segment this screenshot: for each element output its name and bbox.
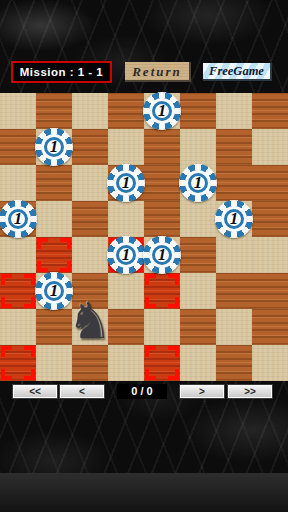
board-cell-f2[interactable] bbox=[180, 309, 216, 345]
board-cell-b5[interactable] bbox=[36, 201, 72, 237]
board-cell-e7[interactable] bbox=[144, 129, 180, 165]
board-cell-d2[interactable] bbox=[108, 309, 144, 345]
board-cell-e2[interactable] bbox=[144, 309, 180, 345]
board-cell-b4[interactable] bbox=[36, 237, 72, 273]
board-cell-g4[interactable] bbox=[216, 237, 252, 273]
board-cell-a6[interactable] bbox=[0, 165, 36, 201]
board-cell-g2[interactable] bbox=[216, 309, 252, 345]
board-cell-f5[interactable] bbox=[180, 201, 216, 237]
next-move-button[interactable]: > bbox=[180, 385, 224, 398]
return-button[interactable]: Return bbox=[125, 62, 191, 82]
board-cell-e1[interactable] bbox=[144, 345, 180, 381]
last-move-button[interactable]: >> bbox=[228, 385, 272, 398]
board-cell-d3[interactable] bbox=[108, 273, 144, 309]
chip[interactable]: 1 bbox=[143, 92, 181, 130]
chip-value: 1 bbox=[143, 92, 181, 130]
board-cell-g7[interactable] bbox=[216, 129, 252, 165]
board-cell-g3[interactable] bbox=[216, 273, 252, 309]
chip-value: 1 bbox=[215, 200, 253, 238]
board-cell-g5[interactable]: 1 bbox=[216, 201, 252, 237]
chip[interactable]: 1 bbox=[179, 164, 217, 202]
chip[interactable]: 1 bbox=[143, 236, 181, 274]
board-cell-g1[interactable] bbox=[216, 345, 252, 381]
board-cell-c6[interactable] bbox=[72, 165, 108, 201]
board-cell-a7[interactable] bbox=[0, 129, 36, 165]
board-cell-d6[interactable]: 1 bbox=[108, 165, 144, 201]
board-cell-a8[interactable] bbox=[0, 93, 36, 129]
board-cell-d8[interactable] bbox=[108, 93, 144, 129]
chip-value: 1 bbox=[107, 164, 145, 202]
board-cell-e6[interactable] bbox=[144, 165, 180, 201]
board-cell-f8[interactable] bbox=[180, 93, 216, 129]
board-cell-e8[interactable]: 1 bbox=[144, 93, 180, 129]
board-cell-g6[interactable] bbox=[216, 165, 252, 201]
board-cell-e4[interactable]: 1 bbox=[144, 237, 180, 273]
board-cell-h8[interactable] bbox=[252, 93, 288, 129]
board-cell-h6[interactable] bbox=[252, 165, 288, 201]
chip[interactable]: 1 bbox=[107, 164, 145, 202]
board-cell-h7[interactable] bbox=[252, 129, 288, 165]
board-cell-h3[interactable] bbox=[252, 273, 288, 309]
board-cell-a1[interactable] bbox=[0, 345, 36, 381]
chip-value: 1 bbox=[179, 164, 217, 202]
app-screen: Mission : 1 - 1 Return FreeGame 11111111… bbox=[0, 0, 288, 512]
board-cell-c1[interactable] bbox=[72, 345, 108, 381]
android-nav-bar bbox=[0, 473, 288, 512]
first-move-button[interactable]: << bbox=[13, 385, 57, 398]
board-cell-d1[interactable] bbox=[108, 345, 144, 381]
knight-piece[interactable]: ♞ bbox=[68, 296, 113, 346]
board-cell-h2[interactable] bbox=[252, 309, 288, 345]
board-cell-c7[interactable] bbox=[72, 129, 108, 165]
board-cell-c8[interactable] bbox=[72, 93, 108, 129]
board-cell-b7[interactable]: 1 bbox=[36, 129, 72, 165]
board-cell-a4[interactable] bbox=[0, 237, 36, 273]
chip-value: 1 bbox=[35, 128, 73, 166]
chip[interactable]: 1 bbox=[35, 128, 73, 166]
board-cell-b8[interactable] bbox=[36, 93, 72, 129]
chip[interactable]: 1 bbox=[0, 200, 37, 238]
board-cell-a3[interactable] bbox=[0, 273, 36, 309]
board-cell-h1[interactable] bbox=[252, 345, 288, 381]
chip[interactable]: 1 bbox=[107, 236, 145, 274]
board-cell-h5[interactable] bbox=[252, 201, 288, 237]
board-cell-f1[interactable] bbox=[180, 345, 216, 381]
freegame-button[interactable]: FreeGame bbox=[203, 63, 272, 81]
board-cell-f4[interactable] bbox=[180, 237, 216, 273]
board-cell-d5[interactable] bbox=[108, 201, 144, 237]
board-cell-b1[interactable] bbox=[36, 345, 72, 381]
board-cell-b6[interactable] bbox=[36, 165, 72, 201]
board-cell-c2[interactable]: ♞ bbox=[72, 309, 108, 345]
board-cell-d4[interactable]: 1 bbox=[108, 237, 144, 273]
mission-label: Mission : 1 - 1 bbox=[11, 61, 112, 83]
board-cell-e3[interactable] bbox=[144, 273, 180, 309]
chip[interactable]: 1 bbox=[215, 200, 253, 238]
chip-value: 1 bbox=[0, 200, 37, 238]
board-cell-f3[interactable] bbox=[180, 273, 216, 309]
board-cell-h4[interactable] bbox=[252, 237, 288, 273]
board-cell-c5[interactable] bbox=[72, 201, 108, 237]
prev-move-button[interactable]: < bbox=[60, 385, 104, 398]
board-cell-d7[interactable] bbox=[108, 129, 144, 165]
chip-value: 1 bbox=[107, 236, 145, 274]
board-cell-c4[interactable] bbox=[72, 237, 108, 273]
board-cell-a5[interactable]: 1 bbox=[0, 201, 36, 237]
board: 111111111♞ bbox=[0, 93, 288, 381]
move-counter: 0 / 0 bbox=[117, 384, 167, 399]
board-cell-e5[interactable] bbox=[144, 201, 180, 237]
chip-value: 1 bbox=[143, 236, 181, 274]
board-cell-a2[interactable] bbox=[0, 309, 36, 345]
board-cell-g8[interactable] bbox=[216, 93, 252, 129]
board-cell-f6[interactable]: 1 bbox=[180, 165, 216, 201]
board-cell-f7[interactable] bbox=[180, 129, 216, 165]
